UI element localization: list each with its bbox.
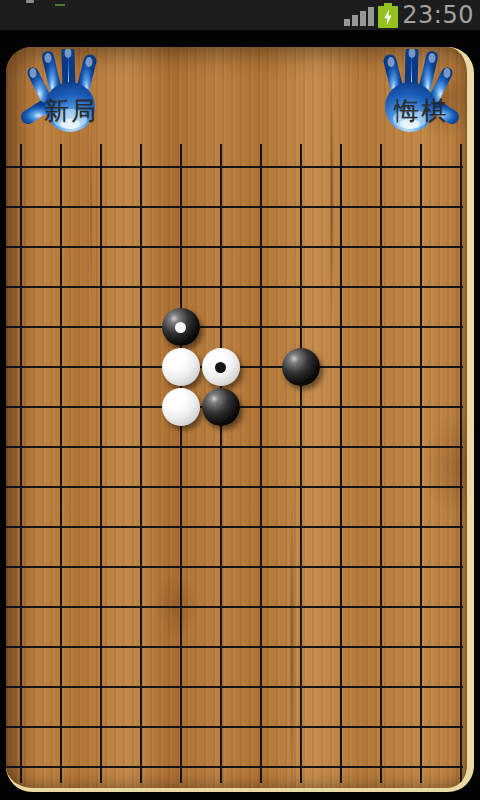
undo-label: 悔棋 bbox=[368, 94, 474, 127]
status-bar: 23:50 bbox=[0, 0, 480, 30]
board-frame: 新局 悔棋 bbox=[0, 30, 480, 800]
black-stone bbox=[162, 308, 200, 346]
clock-text: 23:50 bbox=[402, 1, 474, 29]
white-stone bbox=[162, 388, 200, 426]
app-screen: 23:50 bbox=[0, 0, 480, 800]
new-game-button[interactable]: 新局 bbox=[10, 49, 116, 135]
black-stone bbox=[202, 388, 240, 426]
last-move-marker bbox=[175, 322, 186, 333]
battery-charging-icon bbox=[378, 3, 398, 28]
white-stone bbox=[162, 348, 200, 386]
notification-icon bbox=[55, 4, 65, 6]
signal-bar bbox=[344, 19, 350, 26]
stones-layer bbox=[6, 47, 467, 788]
signal-bar bbox=[360, 11, 366, 26]
new-game-label: 新局 bbox=[18, 94, 124, 127]
signal-bar bbox=[352, 15, 358, 26]
signal-bar bbox=[368, 7, 374, 26]
undo-button[interactable]: 悔棋 bbox=[364, 49, 470, 135]
white-stone bbox=[202, 348, 240, 386]
black-stone bbox=[282, 348, 320, 386]
notification-icon bbox=[26, 0, 34, 3]
last-move-marker bbox=[215, 362, 226, 373]
gomoku-board[interactable]: 新局 悔棋 bbox=[6, 47, 474, 792]
signal-strength-icon bbox=[344, 7, 374, 26]
